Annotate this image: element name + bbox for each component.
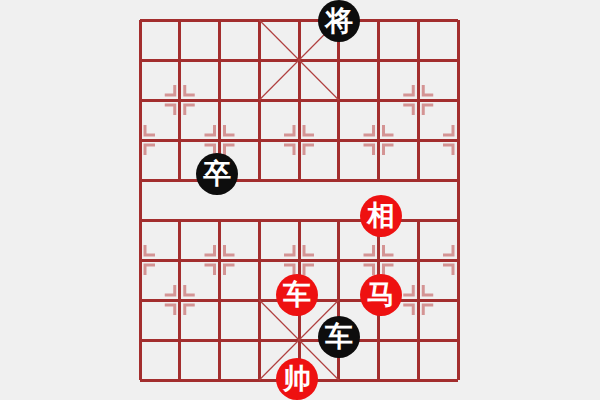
piece-label: 马 [367, 281, 395, 309]
piece-red-general[interactable]: 帅 [276, 358, 318, 400]
piece-label: 卒 [203, 160, 231, 188]
piece-label: 车 [283, 281, 311, 309]
piece-red-chariot[interactable]: 车 [276, 274, 318, 316]
piece-red-horse[interactable]: 马 [360, 274, 402, 316]
piece-black-soldier[interactable]: 卒 [196, 153, 238, 195]
board-pieces-grid: 将卒相车马车帅 [120, 0, 478, 400]
piece-red-elephant[interactable]: 相 [360, 195, 402, 237]
piece-black-general[interactable]: 将 [318, 0, 360, 42]
piece-label: 帅 [283, 365, 311, 393]
piece-label: 将 [325, 7, 353, 35]
xiangqi-board-canvas: 将卒相车马车帅 [0, 0, 600, 400]
piece-label: 车 [325, 323, 353, 351]
piece-label: 相 [367, 202, 395, 230]
piece-black-chariot[interactable]: 车 [318, 316, 360, 358]
